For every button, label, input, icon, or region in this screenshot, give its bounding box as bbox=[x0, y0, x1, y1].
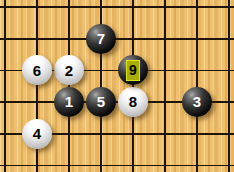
stone-number: 7 bbox=[97, 31, 105, 46]
stone-white-4[interactable]: 4 bbox=[22, 119, 52, 149]
stone-white-8[interactable]: 8 bbox=[118, 87, 148, 117]
stone-number: 4 bbox=[33, 126, 41, 141]
go-board-area: 123456789 bbox=[0, 0, 234, 172]
stone-number: 6 bbox=[33, 63, 41, 78]
stone-black-5[interactable]: 5 bbox=[86, 87, 116, 117]
last-move-number-marker: 9 bbox=[126, 60, 140, 81]
stone-number: 5 bbox=[97, 94, 105, 109]
stone-black-9[interactable]: 9 bbox=[118, 55, 148, 85]
stone-number: 8 bbox=[129, 94, 137, 109]
stone-black-7[interactable]: 7 bbox=[86, 24, 116, 54]
stone-black-3[interactable]: 3 bbox=[182, 87, 212, 117]
stone-white-2[interactable]: 2 bbox=[54, 55, 84, 85]
go-board[interactable]: 123456789 bbox=[0, 0, 234, 172]
stone-number: 2 bbox=[65, 63, 73, 78]
stone-black-1[interactable]: 1 bbox=[54, 87, 84, 117]
stone-number: 1 bbox=[65, 94, 73, 109]
stone-white-6[interactable]: 6 bbox=[22, 55, 52, 85]
stone-number: 3 bbox=[193, 94, 201, 109]
